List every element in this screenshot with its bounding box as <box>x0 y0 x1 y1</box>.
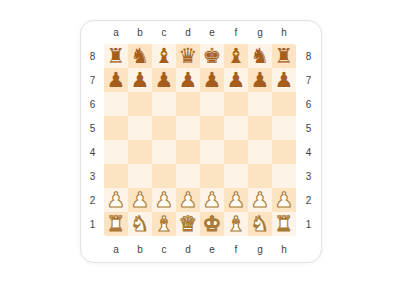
square-d4[interactable] <box>176 140 200 164</box>
piece-black-knight[interactable]: ♞ <box>251 46 270 67</box>
piece-black-pawn[interactable]: ♟ <box>179 70 198 91</box>
square-a2[interactable]: ♟ <box>104 188 128 212</box>
square-f5[interactable] <box>224 116 248 140</box>
piece-black-pawn[interactable]: ♟ <box>131 70 150 91</box>
square-d6[interactable] <box>176 92 200 116</box>
square-h1[interactable]: ♜ <box>272 212 296 236</box>
piece-white-pawn[interactable]: ♟ <box>179 190 198 211</box>
file-label-top-d: d <box>176 21 200 44</box>
square-c8[interactable]: ♝ <box>152 44 176 68</box>
rank-label-right-4: 4 <box>296 140 321 164</box>
square-f8[interactable]: ♝ <box>224 44 248 68</box>
square-f7[interactable]: ♟ <box>224 68 248 92</box>
file-label-top-b: b <box>128 21 152 44</box>
rank-label-left-8: 8 <box>81 44 104 68</box>
square-b2[interactable]: ♟ <box>128 188 152 212</box>
square-e2[interactable]: ♟ <box>200 188 224 212</box>
piece-white-knight[interactable]: ♞ <box>131 214 150 235</box>
square-c3[interactable] <box>152 164 176 188</box>
page-background: aabbccddeeffgghh8877665544332211♜♞♝♛♚♝♞♜… <box>0 0 400 286</box>
rank-label-left-1: 1 <box>81 212 104 236</box>
square-d5[interactable] <box>176 116 200 140</box>
square-c1[interactable]: ♝ <box>152 212 176 236</box>
rank-label-left-7: 7 <box>81 68 104 92</box>
square-b6[interactable] <box>128 92 152 116</box>
rank-label-right-7: 7 <box>296 68 321 92</box>
rank-label-right-1: 1 <box>296 212 321 236</box>
rank-label-left-4: 4 <box>81 140 104 164</box>
square-e1[interactable]: ♚ <box>200 212 224 236</box>
rank-label-right-5: 5 <box>296 116 321 140</box>
file-label-top-c: c <box>152 21 176 44</box>
file-label-bottom-e: e <box>200 236 224 262</box>
piece-black-pawn[interactable]: ♟ <box>227 70 246 91</box>
rank-label-right-2: 2 <box>296 188 321 212</box>
piece-black-pawn[interactable]: ♟ <box>107 70 126 91</box>
square-d7[interactable]: ♟ <box>176 68 200 92</box>
file-label-bottom-f: f <box>224 236 248 262</box>
file-label-bottom-b: b <box>128 236 152 262</box>
square-e4[interactable] <box>200 140 224 164</box>
file-label-top-f: f <box>224 21 248 44</box>
square-g1[interactable]: ♞ <box>248 212 272 236</box>
file-label-top-g: g <box>248 21 272 44</box>
piece-white-pawn[interactable]: ♟ <box>155 190 174 211</box>
piece-black-queen[interactable]: ♛ <box>179 46 198 67</box>
piece-black-bishop[interactable]: ♝ <box>227 46 246 67</box>
piece-white-king[interactable]: ♚ <box>203 214 222 235</box>
square-d3[interactable] <box>176 164 200 188</box>
square-a1[interactable]: ♜ <box>104 212 128 236</box>
rank-label-left-2: 2 <box>81 188 104 212</box>
square-f3[interactable] <box>224 164 248 188</box>
square-h8[interactable]: ♜ <box>272 44 296 68</box>
square-g7[interactable]: ♟ <box>248 68 272 92</box>
square-a8[interactable]: ♜ <box>104 44 128 68</box>
square-e6[interactable] <box>200 92 224 116</box>
square-d1[interactable]: ♛ <box>176 212 200 236</box>
piece-white-pawn[interactable]: ♟ <box>203 190 222 211</box>
file-label-top-e: e <box>200 21 224 44</box>
square-h6[interactable] <box>272 92 296 116</box>
rank-label-right-8: 8 <box>296 44 321 68</box>
piece-black-pawn[interactable]: ♟ <box>275 70 294 91</box>
square-h2[interactable]: ♟ <box>272 188 296 212</box>
square-b3[interactable] <box>128 164 152 188</box>
chessboard: aabbccddeeffgghh8877665544332211♜♞♝♛♚♝♞♜… <box>81 21 321 262</box>
piece-white-pawn[interactable]: ♟ <box>107 190 126 211</box>
rank-label-left-6: 6 <box>81 92 104 116</box>
square-a3[interactable] <box>104 164 128 188</box>
square-c5[interactable] <box>152 116 176 140</box>
square-f2[interactable]: ♟ <box>224 188 248 212</box>
piece-white-bishop[interactable]: ♝ <box>227 214 246 235</box>
piece-black-pawn[interactable]: ♟ <box>203 70 222 91</box>
piece-white-queen[interactable]: ♛ <box>179 214 198 235</box>
piece-white-rook[interactable]: ♜ <box>107 214 126 235</box>
square-h5[interactable] <box>272 116 296 140</box>
piece-white-bishop[interactable]: ♝ <box>155 214 174 235</box>
rank-label-left-5: 5 <box>81 116 104 140</box>
square-h7[interactable]: ♟ <box>272 68 296 92</box>
file-label-bottom-g: g <box>248 236 272 262</box>
square-b1[interactable]: ♞ <box>128 212 152 236</box>
square-e5[interactable] <box>200 116 224 140</box>
square-a7[interactable]: ♟ <box>104 68 128 92</box>
square-b8[interactable]: ♞ <box>128 44 152 68</box>
square-f6[interactable] <box>224 92 248 116</box>
piece-black-pawn[interactable]: ♟ <box>155 70 174 91</box>
square-b5[interactable] <box>128 116 152 140</box>
piece-white-knight[interactable]: ♞ <box>251 214 270 235</box>
square-c2[interactable]: ♟ <box>152 188 176 212</box>
file-label-bottom-c: c <box>152 236 176 262</box>
rank-label-left-3: 3 <box>81 164 104 188</box>
piece-black-pawn[interactable]: ♟ <box>251 70 270 91</box>
piece-white-pawn[interactable]: ♟ <box>131 190 150 211</box>
file-label-top-a: a <box>104 21 128 44</box>
piece-black-bishop[interactable]: ♝ <box>155 46 174 67</box>
piece-white-pawn[interactable]: ♟ <box>251 190 270 211</box>
piece-black-rook[interactable]: ♜ <box>107 46 126 67</box>
square-e7[interactable]: ♟ <box>200 68 224 92</box>
square-c6[interactable] <box>152 92 176 116</box>
rank-label-right-3: 3 <box>296 164 321 188</box>
square-g6[interactable] <box>248 92 272 116</box>
square-g5[interactable] <box>248 116 272 140</box>
piece-white-pawn[interactable]: ♟ <box>227 190 246 211</box>
square-a6[interactable] <box>104 92 128 116</box>
square-d8[interactable]: ♛ <box>176 44 200 68</box>
file-label-top-h: h <box>272 21 296 44</box>
chessboard-card: aabbccddeeffgghh8877665544332211♜♞♝♛♚♝♞♜… <box>80 20 322 263</box>
piece-black-rook[interactable]: ♜ <box>275 46 294 67</box>
square-b4[interactable] <box>128 140 152 164</box>
piece-black-knight[interactable]: ♞ <box>131 46 150 67</box>
square-g8[interactable]: ♞ <box>248 44 272 68</box>
file-label-bottom-h: h <box>272 236 296 262</box>
square-f4[interactable] <box>224 140 248 164</box>
square-h3[interactable] <box>272 164 296 188</box>
square-e8[interactable]: ♚ <box>200 44 224 68</box>
square-c7[interactable]: ♟ <box>152 68 176 92</box>
square-e3[interactable] <box>200 164 224 188</box>
square-f1[interactable]: ♝ <box>224 212 248 236</box>
square-b7[interactable]: ♟ <box>128 68 152 92</box>
square-d2[interactable]: ♟ <box>176 188 200 212</box>
piece-black-king[interactable]: ♚ <box>203 46 222 67</box>
piece-white-rook[interactable]: ♜ <box>275 214 294 235</box>
rank-label-right-6: 6 <box>296 92 321 116</box>
square-g3[interactable] <box>248 164 272 188</box>
square-a5[interactable] <box>104 116 128 140</box>
square-a4[interactable] <box>104 140 128 164</box>
square-g4[interactable] <box>248 140 272 164</box>
file-label-bottom-d: d <box>176 236 200 262</box>
square-g2[interactable]: ♟ <box>248 188 272 212</box>
piece-white-pawn[interactable]: ♟ <box>275 190 294 211</box>
square-h4[interactable] <box>272 140 296 164</box>
square-c4[interactable] <box>152 140 176 164</box>
file-label-bottom-a: a <box>104 236 128 262</box>
